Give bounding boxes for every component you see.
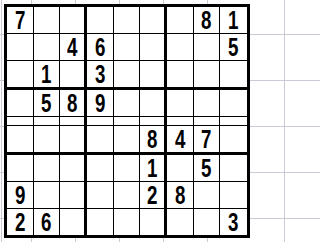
cell-r9c3[interactable] (60, 209, 87, 235)
cell-r6c7[interactable]: 4 (167, 126, 194, 155)
cell-r6c4[interactable] (87, 126, 114, 155)
given-digit: 1 (228, 7, 238, 33)
cell-r5c9[interactable] (220, 117, 247, 126)
cell-r4c3[interactable]: 8 (60, 90, 87, 117)
cell-r9c5[interactable] (114, 209, 141, 235)
given-digit: 5 (41, 90, 51, 116)
cell-r9c9[interactable]: 3 (220, 209, 247, 235)
cell-r4c6[interactable] (140, 90, 167, 117)
cell-r5c3[interactable] (60, 117, 87, 126)
cell-r9c8[interactable] (194, 209, 221, 235)
given-digit: 9 (95, 90, 105, 116)
cell-r2c1[interactable] (7, 34, 34, 61)
cell-r2c4[interactable]: 6 (87, 34, 114, 61)
given-digit: 8 (147, 126, 157, 152)
cell-r9c7[interactable] (167, 209, 194, 235)
cell-r7c7[interactable] (167, 155, 194, 182)
cell-r3c3[interactable] (60, 61, 87, 90)
cell-r6c3[interactable] (60, 126, 87, 155)
cell-r1c7[interactable] (167, 7, 194, 34)
cell-r9c1[interactable]: 2 (7, 209, 34, 235)
given-digit: 6 (95, 34, 105, 60)
cell-r1c8[interactable]: 8 (194, 7, 221, 34)
cell-r7c2[interactable] (34, 155, 61, 182)
cell-r7c5[interactable] (114, 155, 141, 182)
given-digit: 8 (67, 90, 77, 116)
cell-r2c7[interactable] (167, 34, 194, 61)
given-digit: 4 (67, 34, 77, 60)
cell-r3c8[interactable] (194, 61, 221, 90)
given-digit: 6 (41, 209, 51, 235)
cell-r4c2[interactable]: 5 (34, 90, 61, 117)
cell-r2c3[interactable]: 4 (60, 34, 87, 61)
cell-r7c3[interactable] (60, 155, 87, 182)
cell-r2c6[interactable] (140, 34, 167, 61)
cell-r3c1[interactable] (7, 61, 34, 90)
cell-r8c1[interactable]: 9 (7, 182, 34, 209)
cell-r6c2[interactable] (34, 126, 61, 155)
cell-r3c5[interactable] (114, 61, 141, 90)
cell-r3c6[interactable] (140, 61, 167, 90)
cell-r8c9[interactable] (220, 182, 247, 209)
cell-r7c6[interactable]: 1 (140, 155, 167, 182)
cell-r5c2[interactable] (34, 117, 61, 126)
cell-r1c4[interactable] (87, 7, 114, 34)
cell-r1c9[interactable]: 1 (220, 7, 247, 34)
given-digit: 1 (147, 155, 157, 181)
given-digit: 3 (95, 61, 105, 87)
cell-r4c8[interactable] (194, 90, 221, 117)
cell-r9c2[interactable]: 6 (34, 209, 61, 235)
cell-r2c2[interactable] (34, 34, 61, 61)
cell-r5c4[interactable] (87, 117, 114, 126)
given-digit: 9 (15, 182, 25, 208)
cell-r9c4[interactable] (87, 209, 114, 235)
given-digit: 8 (175, 182, 185, 208)
cell-r3c2[interactable]: 1 (34, 61, 61, 90)
cell-r8c5[interactable] (114, 182, 141, 209)
given-digit: 2 (15, 209, 25, 235)
cell-r4c1[interactable] (7, 90, 34, 117)
cell-r6c5[interactable] (114, 126, 141, 155)
cell-r6c8[interactable]: 7 (194, 126, 221, 155)
cell-r8c8[interactable] (194, 182, 221, 209)
cell-r4c9[interactable] (220, 90, 247, 117)
cell-r2c9[interactable]: 5 (220, 34, 247, 61)
cell-r5c5[interactable] (114, 117, 141, 126)
cell-r9c6[interactable] (140, 209, 167, 235)
cell-r1c5[interactable] (114, 7, 141, 34)
cell-r2c5[interactable] (114, 34, 141, 61)
cell-r7c9[interactable] (220, 155, 247, 182)
cell-r2c8[interactable] (194, 34, 221, 61)
cell-r5c1[interactable] (7, 117, 34, 126)
sudoku-board: 7814651358984715928263 (4, 4, 250, 238)
cell-r8c6[interactable]: 2 (140, 182, 167, 209)
cell-r4c7[interactable] (167, 90, 194, 117)
cell-r1c2[interactable] (34, 7, 61, 34)
cell-r8c7[interactable]: 8 (167, 182, 194, 209)
given-digit: 7 (15, 7, 25, 33)
cell-r1c6[interactable] (140, 7, 167, 34)
given-digit: 2 (147, 182, 157, 208)
cell-r7c8[interactable]: 5 (194, 155, 221, 182)
cell-r4c5[interactable] (114, 90, 141, 117)
given-digit: 4 (175, 126, 185, 152)
cell-r1c1[interactable]: 7 (7, 7, 34, 34)
given-digit: 5 (201, 155, 211, 181)
cell-r7c4[interactable] (87, 155, 114, 182)
cell-r7c1[interactable] (7, 155, 34, 182)
cell-r6c1[interactable] (7, 126, 34, 155)
cell-r8c4[interactable] (87, 182, 114, 209)
cell-r6c6[interactable]: 8 (140, 126, 167, 155)
cell-r3c4[interactable]: 3 (87, 61, 114, 90)
cell-r3c7[interactable] (167, 61, 194, 90)
given-digit: 3 (228, 209, 238, 235)
cell-r6c9[interactable] (220, 126, 247, 155)
given-digit: 8 (201, 7, 211, 33)
cell-r8c3[interactable] (60, 182, 87, 209)
margin-gridline (1, 0, 2, 242)
cell-r3c9[interactable] (220, 61, 247, 90)
cell-r8c2[interactable] (34, 182, 61, 209)
cell-r1c3[interactable] (60, 7, 87, 34)
cell-r4c4[interactable]: 9 (87, 90, 114, 117)
given-digit: 7 (201, 126, 211, 152)
given-digit: 1 (41, 61, 51, 87)
given-digit: 5 (228, 34, 238, 60)
